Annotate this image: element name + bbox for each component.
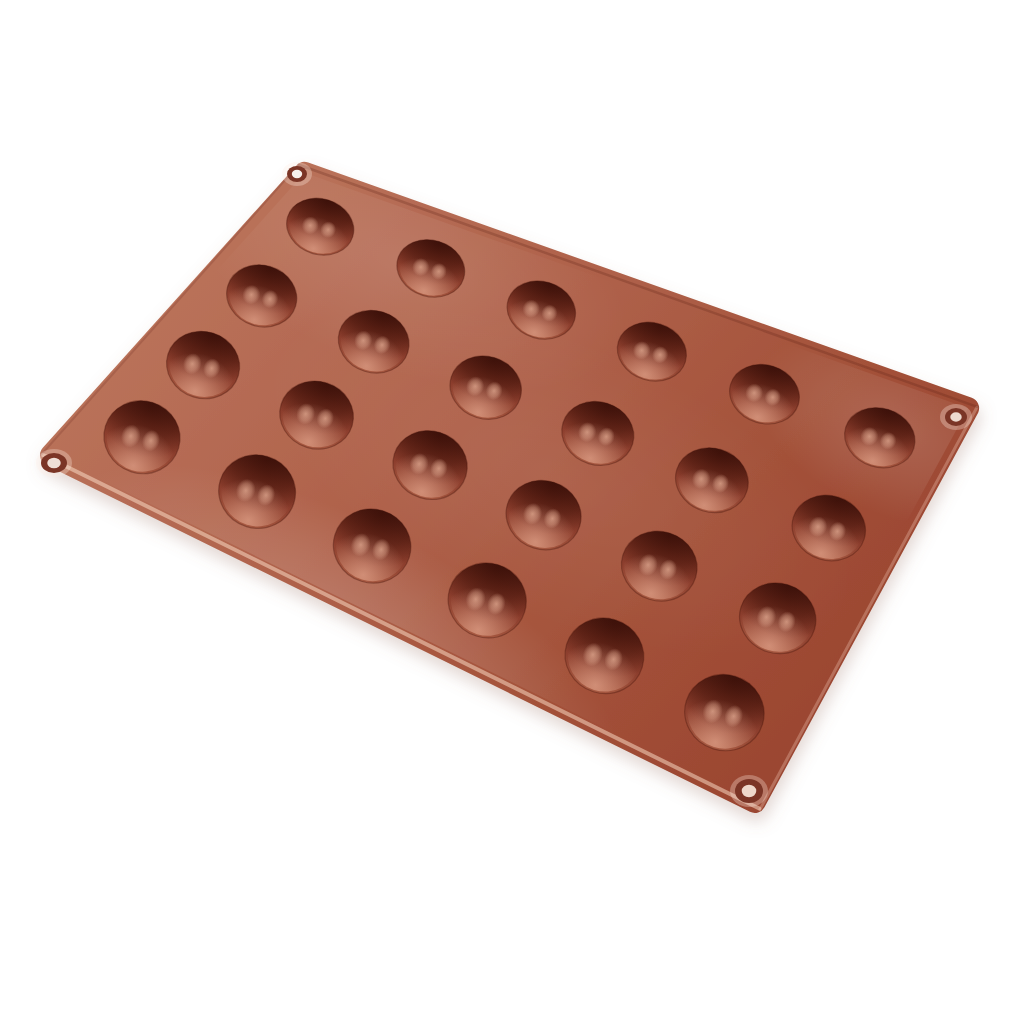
gloss-highlights bbox=[9, 75, 1010, 888]
hanging-hole bbox=[730, 775, 768, 807]
photo-stage bbox=[0, 0, 1010, 1010]
hanging-hole bbox=[282, 162, 312, 186]
silicone-mold-photo bbox=[0, 0, 1010, 1010]
hanging-hole bbox=[940, 404, 972, 430]
hanging-hole bbox=[36, 449, 72, 477]
